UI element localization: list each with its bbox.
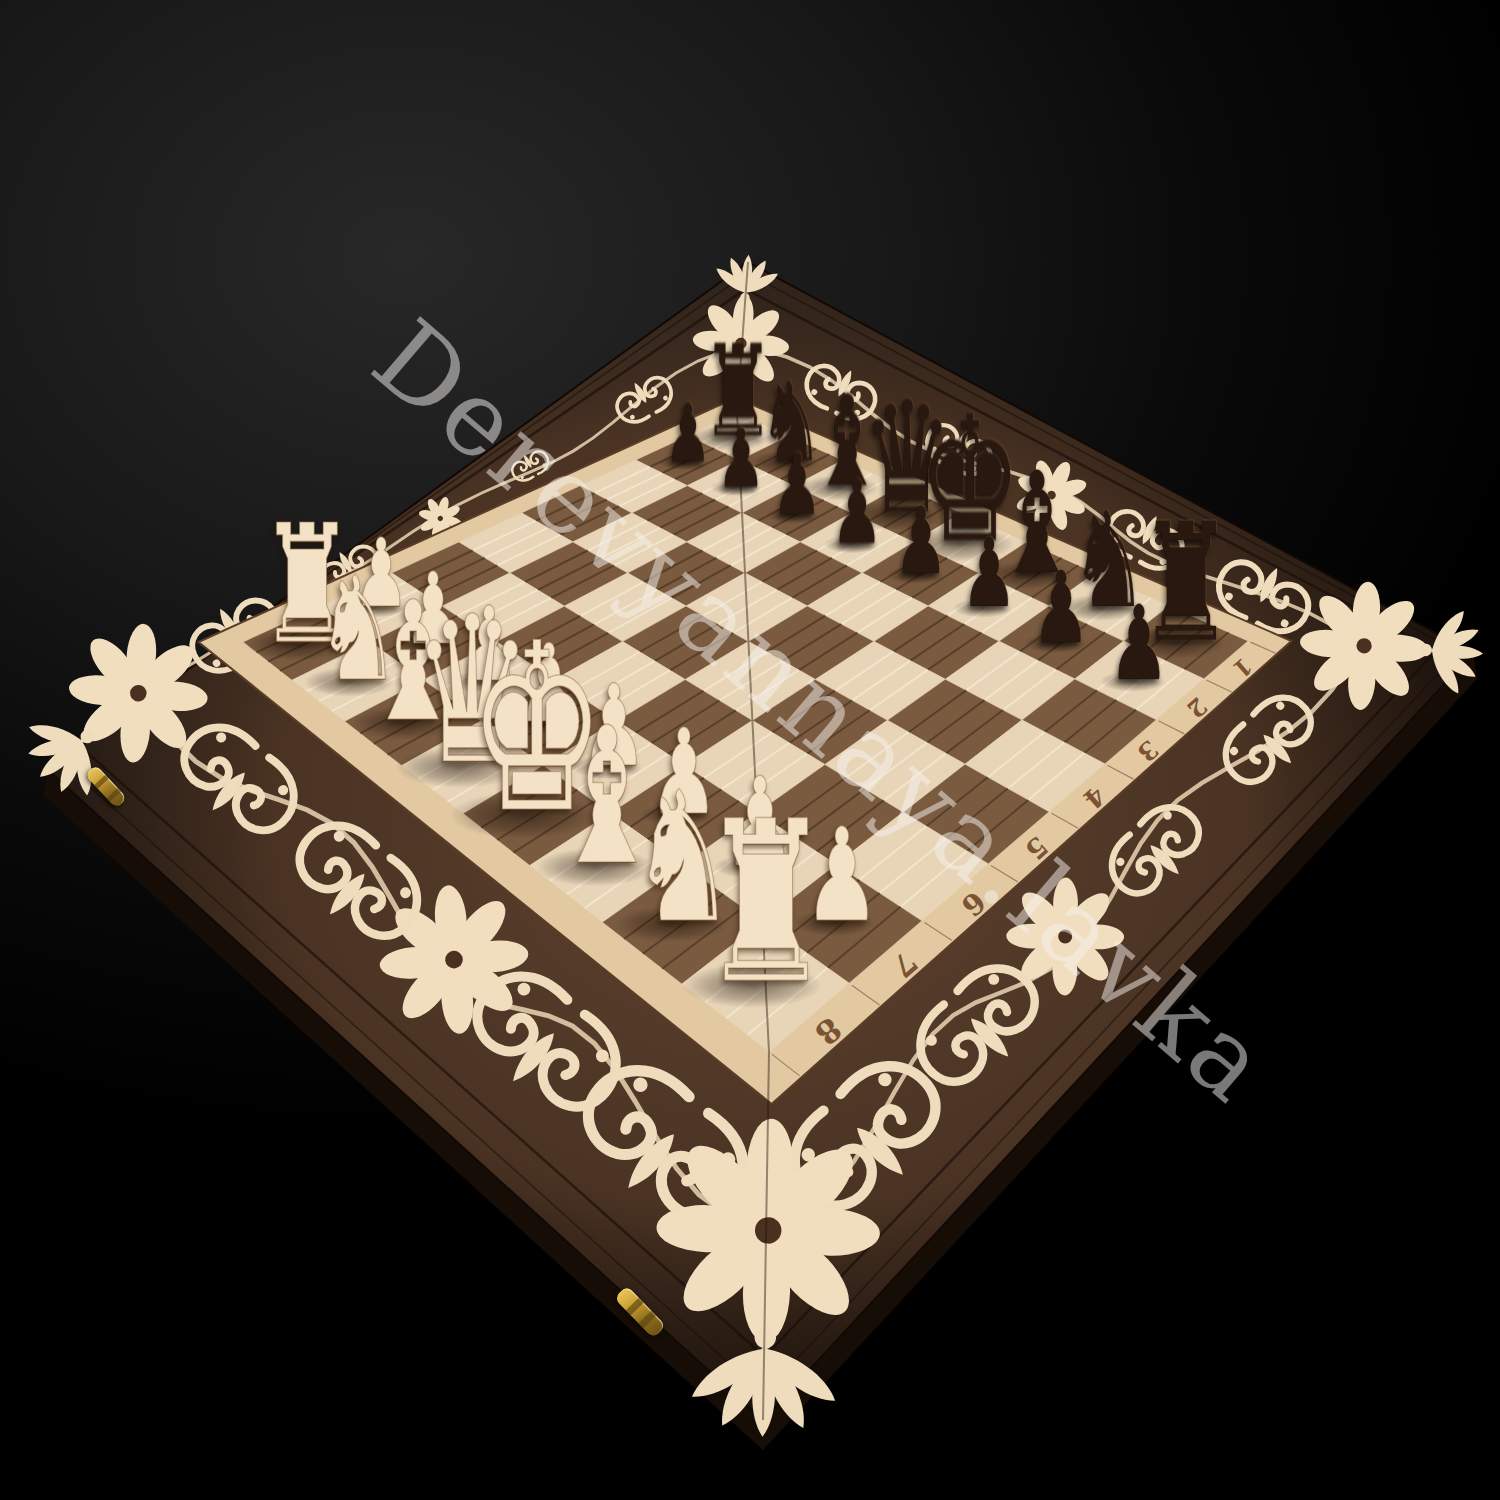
chess-box-photo: 12345678 xyxy=(0,0,1500,1500)
